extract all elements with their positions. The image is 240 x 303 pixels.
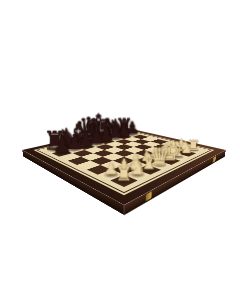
chess-set-photo: ♜♟♟♜♞♟♟♞♝♟♟♝♚♟♟♚♛♟♟♛♝♟♟♝♞♟♟♞♜♟♟♜ [0,0,240,303]
board-border-band: ♜♟♟♜♞♟♟♞♝♟♟♝♚♟♟♚♛♟♟♛♝♟♟♝♞♟♟♞♜♟♟♜ [33,129,214,195]
photo-scene: ♜♟♟♜♞♟♟♞♝♟♟♝♚♟♟♚♛♟♟♛♝♟♟♝♞♟♟♞♜♟♟♜ [0,0,240,303]
black-pawn-icon: ♟ [52,134,72,156]
board-border-pinstripe: ♜♟♟♜♞♟♟♞♝♟♟♝♚♟♟♚♛♟♟♛♝♟♟♝♞♟♟♞♜♟♟♜ [36,129,211,193]
white-rook-icon: ♜ [115,164,132,183]
brass-hinge-icon [146,191,152,201]
square-a7: ♟ [52,150,73,157]
brass-clasp-icon [212,156,216,163]
